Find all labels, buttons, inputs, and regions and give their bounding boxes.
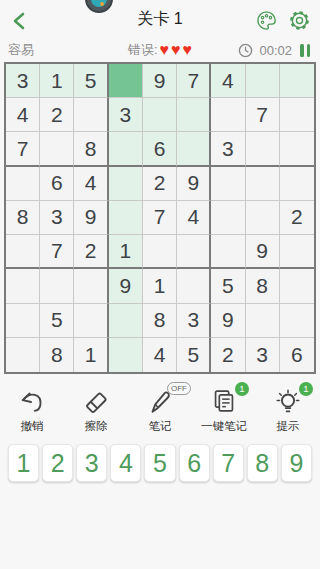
hint-label: 提示 [277, 419, 300, 434]
numpad-button-9[interactable]: 9 [281, 444, 312, 482]
cell-r6c9[interactable] [280, 235, 314, 269]
cell-r7c6[interactable] [177, 269, 211, 303]
cell-r5c6[interactable]: 4 [177, 201, 211, 235]
cell-r1c8[interactable] [246, 64, 280, 98]
cell-r4c1[interactable] [6, 167, 40, 201]
cell-r2c3[interactable] [74, 98, 108, 132]
palette-icon [255, 9, 278, 32]
numpad-button-8[interactable]: 8 [247, 444, 278, 482]
cell-r5c8[interactable] [246, 201, 280, 235]
auto-notes-label: 一键笔记 [201, 419, 247, 434]
cell-r7c4[interactable]: 9 [109, 269, 143, 303]
numpad-button-4[interactable]: 4 [110, 444, 141, 482]
cell-r8c9[interactable] [280, 304, 314, 338]
cell-r9c7[interactable]: 2 [211, 338, 245, 372]
cell-r1c7[interactable]: 4 [211, 64, 245, 98]
cell-r8c2[interactable]: 5 [40, 304, 74, 338]
cell-r8c7[interactable]: 9 [211, 304, 245, 338]
auto-notes-button[interactable]: 1 一键笔记 [192, 386, 256, 438]
cell-r8c6[interactable]: 3 [177, 304, 211, 338]
cell-r3c4[interactable] [109, 132, 143, 166]
cell-r8c1[interactable] [6, 304, 40, 338]
settings-button[interactable] [287, 8, 311, 32]
notes-off-badge: OFF [167, 382, 191, 395]
cell-r9c3[interactable]: 1 [74, 338, 108, 372]
eraser-icon [81, 388, 111, 415]
cell-r2c4[interactable]: 3 [109, 98, 143, 132]
cell-r1c6[interactable]: 7 [177, 64, 211, 98]
cell-r5c3[interactable]: 9 [74, 201, 108, 235]
cell-r3c5[interactable]: 6 [143, 132, 177, 166]
cell-r6c5[interactable] [143, 235, 177, 269]
cell-r7c7[interactable]: 5 [211, 269, 245, 303]
cell-r7c5[interactable]: 1 [143, 269, 177, 303]
heart-icon: ♥ [183, 41, 193, 58]
numpad-button-6[interactable]: 6 [179, 444, 210, 482]
cell-r4c4[interactable] [109, 167, 143, 201]
cell-r1c3[interactable]: 5 [74, 64, 108, 98]
cell-r4c6[interactable]: 9 [177, 167, 211, 201]
cell-r3c8[interactable] [246, 132, 280, 166]
heart-icon: ♥ [171, 41, 181, 58]
cell-r6c8[interactable]: 9 [246, 235, 280, 269]
cell-r7c3[interactable] [74, 269, 108, 303]
cell-r1c9[interactable] [280, 64, 314, 98]
cell-r3c1[interactable]: 7 [6, 132, 40, 166]
cell-r5c1[interactable]: 8 [6, 201, 40, 235]
cell-r4c2[interactable]: 6 [40, 167, 74, 201]
cell-r9c2[interactable]: 8 [40, 338, 74, 372]
cell-r3c3[interactable]: 8 [74, 132, 108, 166]
status-bar: 容易 错误: ♥♥♥ 00:02 [0, 38, 320, 62]
notes-label: 笔记 [149, 419, 172, 434]
numpad-button-3[interactable]: 3 [76, 444, 107, 482]
lives-hearts: ♥♥♥ [158, 42, 193, 58]
header: 关卡 1 [0, 0, 320, 38]
cell-r2c6[interactable] [177, 98, 211, 132]
cell-r1c2[interactable]: 1 [40, 64, 74, 98]
cell-r2c1[interactable]: 4 [6, 98, 40, 132]
notes-button[interactable]: OFF 笔记 [128, 386, 192, 438]
undo-label: 撤销 [21, 419, 44, 434]
cell-r9c8[interactable]: 3 [246, 338, 280, 372]
cell-r7c8[interactable]: 8 [246, 269, 280, 303]
cell-r8c8[interactable] [246, 304, 280, 338]
cell-r7c1[interactable] [6, 269, 40, 303]
cell-r7c9[interactable] [280, 269, 314, 303]
cell-r9c5[interactable]: 4 [143, 338, 177, 372]
hint-count-badge: 1 [299, 382, 313, 396]
cell-r5c2[interactable]: 3 [40, 201, 74, 235]
cell-r5c7[interactable] [211, 201, 245, 235]
cell-r2c2[interactable]: 2 [40, 98, 74, 132]
cell-r9c6[interactable]: 5 [177, 338, 211, 372]
cell-r5c9[interactable]: 2 [280, 201, 314, 235]
cell-r9c4[interactable] [109, 338, 143, 372]
cell-r6c4[interactable]: 1 [109, 235, 143, 269]
erase-button[interactable]: 擦除 [64, 386, 128, 438]
cell-r8c4[interactable] [109, 304, 143, 338]
cell-r3c7[interactable]: 3 [211, 132, 245, 166]
cell-r4c9[interactable] [280, 167, 314, 201]
heart-icon: ♥ [160, 41, 170, 58]
cell-r6c6[interactable] [177, 235, 211, 269]
theme-button[interactable] [254, 8, 278, 32]
cell-r6c1[interactable] [6, 235, 40, 269]
cell-r2c5[interactable] [143, 98, 177, 132]
numpad-button-1[interactable]: 1 [8, 444, 39, 482]
auto-notes-count-badge: 1 [235, 382, 249, 396]
cell-r5c4[interactable] [109, 201, 143, 235]
cell-r2c7[interactable] [211, 98, 245, 132]
sudoku-board: 3159744237786364298397427219915858398145… [4, 62, 316, 374]
cell-r3c6[interactable] [177, 132, 211, 166]
cell-r4c7[interactable] [211, 167, 245, 201]
cell-r6c3[interactable]: 2 [74, 235, 108, 269]
cell-r7c2[interactable] [40, 269, 74, 303]
cell-r6c2[interactable]: 7 [40, 235, 74, 269]
numpad-button-5[interactable]: 5 [144, 444, 175, 482]
cell-r3c2[interactable] [40, 132, 74, 166]
erase-label: 擦除 [85, 419, 108, 434]
timer-value: 00:02 [259, 43, 292, 58]
errors-label: 错误: [128, 41, 158, 59]
hint-button[interactable]: 1 提示 [256, 386, 320, 438]
toolbar: 撤销 擦除 OFF 笔记 [0, 386, 320, 438]
cell-r2c8[interactable]: 7 [246, 98, 280, 132]
cell-r4c8[interactable] [246, 167, 280, 201]
numpad-button-7[interactable]: 7 [213, 444, 244, 482]
undo-icon [17, 388, 47, 415]
cell-r1c1[interactable]: 3 [6, 64, 40, 98]
numpad-button-2[interactable]: 2 [42, 444, 73, 482]
cell-r4c5[interactable]: 2 [143, 167, 177, 201]
cell-r8c5[interactable]: 8 [143, 304, 177, 338]
cell-r9c9[interactable]: 6 [280, 338, 314, 372]
cell-r5c5[interactable]: 7 [143, 201, 177, 235]
cell-r9c1[interactable] [6, 338, 40, 372]
cell-r1c5[interactable]: 9 [143, 64, 177, 98]
cell-r3c9[interactable] [280, 132, 314, 166]
cell-r8c3[interactable] [74, 304, 108, 338]
cell-r1c4[interactable] [109, 64, 143, 98]
gear-icon [288, 9, 311, 32]
cell-r6c7[interactable] [211, 235, 245, 269]
number-pad: 123456789 [0, 444, 320, 482]
undo-button[interactable]: 撤销 [0, 386, 64, 438]
cell-r2c9[interactable] [280, 98, 314, 132]
pause-button[interactable] [298, 42, 312, 59]
cell-r4c3[interactable]: 4 [74, 167, 108, 201]
clock-icon [238, 43, 253, 58]
